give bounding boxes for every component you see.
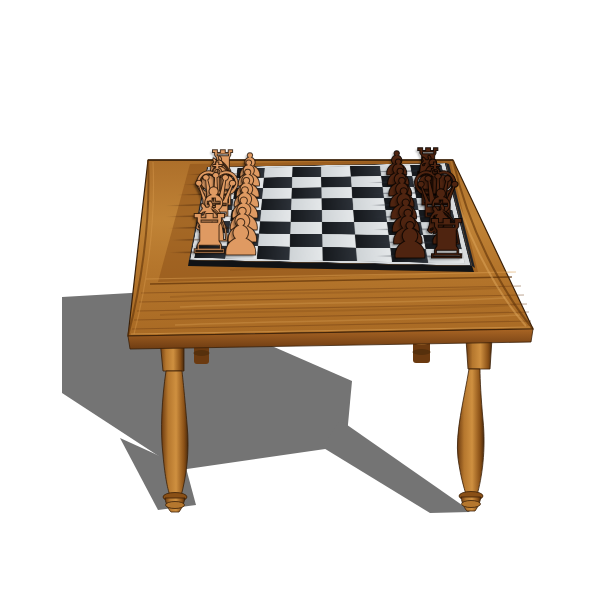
table-render [0, 0, 600, 600]
square-h5[interactable] [321, 166, 351, 177]
table-leg-front-right [457, 338, 492, 511]
square-c6[interactable] [354, 222, 389, 235]
square-h3[interactable] [264, 167, 293, 177]
square-e4[interactable] [291, 198, 322, 209]
square-g3[interactable] [263, 177, 292, 188]
square-d4[interactable] [291, 210, 322, 222]
square-f5[interactable] [321, 187, 352, 198]
square-g5[interactable] [321, 177, 351, 188]
square-b5[interactable] [322, 234, 356, 247]
chess-table-scene: ♜♞♝♛♚♝♞♜♟♟♟♟♟♟♟♟♜♞♝♛♚♝♞♜♟♟♟♟♟♟♟♟ [0, 0, 600, 600]
square-b4[interactable] [290, 234, 323, 247]
square-d3[interactable] [260, 210, 291, 222]
square-c5[interactable] [322, 222, 355, 235]
piece-black-pawn-a7[interactable]: ♟ [388, 216, 433, 266]
square-c4[interactable] [290, 222, 322, 235]
square-e6[interactable] [352, 198, 385, 210]
square-e3[interactable] [261, 199, 291, 210]
square-f4[interactable] [291, 187, 321, 198]
square-e5[interactable] [322, 198, 354, 210]
square-d6[interactable] [353, 210, 387, 222]
square-f3[interactable] [262, 188, 292, 199]
piece-white-pawn-a2[interactable]: ♟ [218, 213, 263, 263]
square-f6[interactable] [352, 187, 384, 198]
square-a5[interactable] [322, 247, 356, 261]
square-h6[interactable] [350, 166, 381, 177]
square-g4[interactable] [292, 177, 322, 188]
square-a4[interactable] [289, 247, 322, 261]
square-g6[interactable] [351, 176, 383, 187]
square-h4[interactable] [292, 167, 321, 178]
square-d5[interactable] [322, 210, 354, 222]
